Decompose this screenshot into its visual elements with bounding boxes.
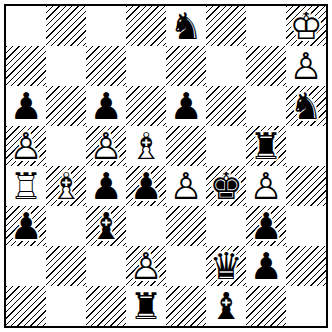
square-a3[interactable]: ♟♟ <box>6 206 46 246</box>
black-pawn-halo: ♟ <box>166 86 206 126</box>
white-bishop-halo: ♝ <box>126 126 166 166</box>
white-pawn-halo: ♟ <box>246 166 286 206</box>
square-e1[interactable] <box>166 286 206 326</box>
square-f8[interactable] <box>206 6 246 46</box>
square-d6[interactable] <box>126 86 166 126</box>
square-g5[interactable]: ♜♜ <box>246 126 286 166</box>
white-pawn-halo: ♟ <box>126 246 166 286</box>
black-pawn: ♟ <box>6 86 46 126</box>
black-bishop-halo: ♝ <box>206 286 246 326</box>
black-pawn-halo: ♟ <box>246 206 286 246</box>
black-rook-halo: ♜ <box>126 286 166 326</box>
white-pawn: ♙ <box>246 166 286 206</box>
black-pawn-halo: ♟ <box>6 206 46 246</box>
white-pawn: ♙ <box>126 246 166 286</box>
square-f7[interactable] <box>206 46 246 86</box>
square-h6[interactable]: ♞♞ <box>286 86 326 126</box>
white-pawn: ♙ <box>166 166 206 206</box>
black-knight: ♞ <box>166 6 206 46</box>
square-b1[interactable] <box>46 286 86 326</box>
black-rook: ♜ <box>126 286 166 326</box>
square-g1[interactable] <box>246 286 286 326</box>
white-pawn-halo: ♟ <box>166 166 206 206</box>
black-pawn: ♟ <box>86 166 126 206</box>
square-c5[interactable]: ♟♙ <box>86 126 126 166</box>
black-pawn: ♟ <box>166 86 206 126</box>
white-king-halo: ♚ <box>286 6 326 46</box>
black-knight-halo: ♞ <box>286 86 326 126</box>
black-bishop: ♝ <box>86 206 126 246</box>
black-pawn-halo: ♟ <box>86 86 126 126</box>
board-frame: ♞♞♚♔♟♙♟♟♟♟♟♟♞♞♟♙♟♙♝♗♜♜♜♖♝♗♟♟♟♟♟♙♚♚♟♙♟♟♝♝… <box>4 4 328 328</box>
black-king: ♚ <box>206 166 246 206</box>
square-c4[interactable]: ♟♟ <box>86 166 126 206</box>
square-d5[interactable]: ♝♗ <box>126 126 166 166</box>
white-bishop: ♗ <box>46 166 86 206</box>
black-pawn-halo: ♟ <box>246 246 286 286</box>
black-rook-halo: ♜ <box>246 126 286 166</box>
black-pawn: ♟ <box>246 206 286 246</box>
square-c1[interactable] <box>86 286 126 326</box>
black-king-halo: ♚ <box>206 166 246 206</box>
square-h2[interactable] <box>286 246 326 286</box>
square-e4[interactable]: ♟♙ <box>166 166 206 206</box>
square-a5[interactable]: ♟♙ <box>6 126 46 166</box>
square-h3[interactable] <box>286 206 326 246</box>
black-knight-halo: ♞ <box>166 6 206 46</box>
white-rook: ♖ <box>6 166 46 206</box>
chess-diagram-page: ♞♞♚♔♟♙♟♟♟♟♟♟♞♞♟♙♟♙♝♗♜♜♜♖♝♗♟♟♟♟♟♙♚♚♟♙♟♟♝♝… <box>0 0 332 332</box>
black-pawn: ♟ <box>86 86 126 126</box>
square-d2[interactable]: ♟♙ <box>126 246 166 286</box>
white-pawn: ♙ <box>6 126 46 166</box>
square-c2[interactable] <box>86 246 126 286</box>
square-g4[interactable]: ♟♙ <box>246 166 286 206</box>
square-a2[interactable] <box>6 246 46 286</box>
square-b4[interactable]: ♝♗ <box>46 166 86 206</box>
square-f4[interactable]: ♚♚ <box>206 166 246 206</box>
square-a1[interactable] <box>6 286 46 326</box>
square-g7[interactable] <box>246 46 286 86</box>
square-d3[interactable] <box>126 206 166 246</box>
white-pawn: ♙ <box>286 46 326 86</box>
white-king: ♔ <box>286 6 326 46</box>
square-e2[interactable] <box>166 246 206 286</box>
chess-board: ♞♞♚♔♟♙♟♟♟♟♟♟♞♞♟♙♟♙♝♗♜♜♜♖♝♗♟♟♟♟♟♙♚♚♟♙♟♟♝♝… <box>6 6 326 326</box>
white-bishop-halo: ♝ <box>46 166 86 206</box>
square-g8[interactable] <box>246 6 286 46</box>
black-rook: ♜ <box>246 126 286 166</box>
square-b2[interactable] <box>46 246 86 286</box>
white-pawn-halo: ♟ <box>86 126 126 166</box>
square-e5[interactable] <box>166 126 206 166</box>
white-pawn: ♙ <box>86 126 126 166</box>
square-a7[interactable] <box>6 46 46 86</box>
black-pawn-halo: ♟ <box>86 166 126 206</box>
square-h7[interactable]: ♟♙ <box>286 46 326 86</box>
square-b8[interactable] <box>46 6 86 46</box>
square-f1[interactable]: ♝♝ <box>206 286 246 326</box>
square-c7[interactable] <box>86 46 126 86</box>
black-pawn-halo: ♟ <box>126 166 166 206</box>
square-c8[interactable] <box>86 6 126 46</box>
square-d4[interactable]: ♟♟ <box>126 166 166 206</box>
square-e8[interactable]: ♞♞ <box>166 6 206 46</box>
square-f3[interactable] <box>206 206 246 246</box>
square-d1[interactable]: ♜♜ <box>126 286 166 326</box>
square-b3[interactable] <box>46 206 86 246</box>
square-h8[interactable]: ♚♔ <box>286 6 326 46</box>
black-queen-halo: ♛ <box>206 246 246 286</box>
square-a8[interactable] <box>6 6 46 46</box>
square-g3[interactable]: ♟♟ <box>246 206 286 246</box>
black-bishop-halo: ♝ <box>86 206 126 246</box>
black-bishop: ♝ <box>206 286 246 326</box>
white-pawn-halo: ♟ <box>286 46 326 86</box>
square-e6[interactable]: ♟♟ <box>166 86 206 126</box>
square-b7[interactable] <box>46 46 86 86</box>
square-a4[interactable]: ♜♖ <box>6 166 46 206</box>
square-f2[interactable]: ♛♛ <box>206 246 246 286</box>
square-h1[interactable] <box>286 286 326 326</box>
square-g2[interactable]: ♟♟ <box>246 246 286 286</box>
black-pawn-halo: ♟ <box>6 86 46 126</box>
square-e3[interactable] <box>166 206 206 246</box>
black-knight: ♞ <box>286 86 326 126</box>
square-h5[interactable] <box>286 126 326 166</box>
white-rook-halo: ♜ <box>6 166 46 206</box>
black-pawn: ♟ <box>126 166 166 206</box>
black-pawn: ♟ <box>246 246 286 286</box>
square-d8[interactable] <box>126 6 166 46</box>
square-f5[interactable] <box>206 126 246 166</box>
square-h4[interactable] <box>286 166 326 206</box>
square-b5[interactable] <box>46 126 86 166</box>
square-a6[interactable]: ♟♟ <box>6 86 46 126</box>
black-queen: ♛ <box>206 246 246 286</box>
square-c3[interactable]: ♝♝ <box>86 206 126 246</box>
square-e7[interactable] <box>166 46 206 86</box>
black-pawn: ♟ <box>6 206 46 246</box>
square-g6[interactable] <box>246 86 286 126</box>
white-pawn-halo: ♟ <box>6 126 46 166</box>
white-bishop: ♗ <box>126 126 166 166</box>
square-d7[interactable] <box>126 46 166 86</box>
square-c6[interactable]: ♟♟ <box>86 86 126 126</box>
square-f6[interactable] <box>206 86 246 126</box>
square-b6[interactable] <box>46 86 86 126</box>
